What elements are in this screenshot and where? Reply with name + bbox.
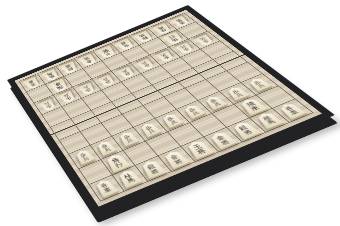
board-wrap: 香車桂馬銀将金将王将金将銀将桂馬香車飛車角行歩兵歩兵歩兵歩兵歩兵歩兵歩兵歩兵歩兵… — [0, 0, 300, 226]
shogi-board: 香車桂馬銀将金将王将金将銀将桂馬香車飛車角行歩兵歩兵歩兵歩兵歩兵歩兵歩兵歩兵歩兵… — [7, 5, 335, 215]
product-photo: 香車桂馬銀将金将王将金将銀将桂馬香車飛車角行歩兵歩兵歩兵歩兵歩兵歩兵歩兵歩兵歩兵… — [0, 0, 340, 226]
board-surface: 香車桂馬銀将金将王将金将銀将桂馬香車飛車角行歩兵歩兵歩兵歩兵歩兵歩兵歩兵歩兵歩兵… — [14, 10, 322, 207]
